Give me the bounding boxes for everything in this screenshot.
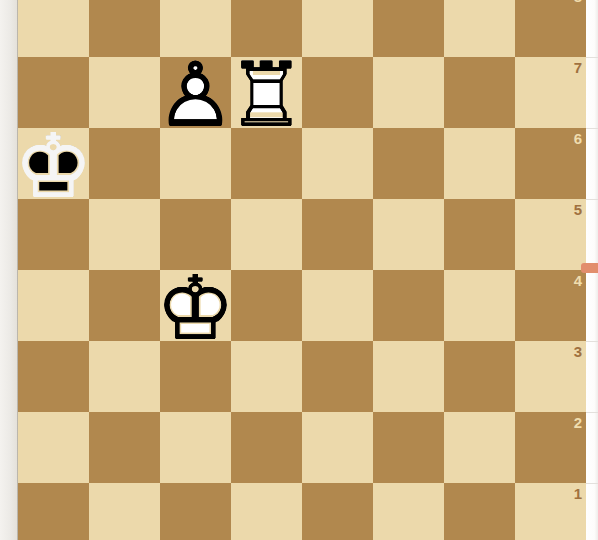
- square-h5[interactable]: [515, 199, 586, 270]
- square-e5[interactable]: [302, 199, 373, 270]
- square-h1[interactable]: [515, 483, 586, 540]
- square-b4[interactable]: [89, 270, 160, 341]
- black-king-piece[interactable]: ♚♔: [18, 128, 89, 199]
- square-g6[interactable]: [444, 128, 515, 199]
- square-h3[interactable]: [515, 341, 586, 412]
- square-b5[interactable]: [89, 199, 160, 270]
- square-e1[interactable]: [302, 483, 373, 540]
- square-g3[interactable]: [444, 341, 515, 412]
- square-e4[interactable]: [302, 270, 373, 341]
- square-f8[interactable]: [373, 0, 444, 57]
- square-c6[interactable]: [160, 128, 231, 199]
- white-king-piece[interactable]: ♚♔: [160, 270, 231, 341]
- gutter-row-separator: [586, 128, 598, 129]
- white-pawn-outline-glyph: ♙: [160, 59, 231, 130]
- square-d1[interactable]: [231, 483, 302, 540]
- square-e6[interactable]: [302, 128, 373, 199]
- gutter-row-separator: [586, 57, 598, 58]
- square-b8[interactable]: [89, 0, 160, 57]
- square-b2[interactable]: [89, 412, 160, 483]
- square-e7[interactable]: [302, 57, 373, 128]
- square-f4[interactable]: [373, 270, 444, 341]
- square-b6[interactable]: [89, 128, 160, 199]
- square-h7[interactable]: [515, 57, 586, 128]
- square-g1[interactable]: [444, 483, 515, 540]
- square-f2[interactable]: [373, 412, 444, 483]
- square-g7[interactable]: [444, 57, 515, 128]
- square-a8[interactable]: [18, 0, 89, 57]
- square-d7[interactable]: ♜♖: [231, 57, 302, 128]
- square-b7[interactable]: [89, 57, 160, 128]
- square-c1[interactable]: [160, 483, 231, 540]
- gutter-row-separator: [586, 412, 598, 413]
- gutter-row-separator: [586, 199, 598, 200]
- square-e3[interactable]: [302, 341, 373, 412]
- square-a4[interactable]: [18, 270, 89, 341]
- white-pawn-piece[interactable]: ♟♙: [160, 57, 231, 128]
- square-c7[interactable]: ♟♙: [160, 57, 231, 128]
- page: ♟♙♜♖♚♔♚♔87654321: [0, 0, 598, 540]
- square-b3[interactable]: [89, 341, 160, 412]
- square-c2[interactable]: [160, 412, 231, 483]
- gutter-row-separator: [586, 341, 598, 342]
- white-king-outline-glyph: ♔: [160, 272, 231, 343]
- square-f3[interactable]: [373, 341, 444, 412]
- chess-board[interactable]: ♟♙♜♖♚♔♚♔87654321: [18, 0, 586, 540]
- square-b1[interactable]: [89, 483, 160, 540]
- square-d2[interactable]: [231, 412, 302, 483]
- square-a3[interactable]: [18, 341, 89, 412]
- square-a6[interactable]: ♚♔: [18, 128, 89, 199]
- square-d6[interactable]: [231, 128, 302, 199]
- left-page-margin: [0, 0, 18, 540]
- square-h8[interactable]: [515, 0, 586, 57]
- white-rook-outline-glyph: ♖: [231, 59, 302, 130]
- square-a2[interactable]: [18, 412, 89, 483]
- square-e8[interactable]: [302, 0, 373, 57]
- square-g5[interactable]: [444, 199, 515, 270]
- square-d5[interactable]: [231, 199, 302, 270]
- square-d3[interactable]: [231, 341, 302, 412]
- square-f6[interactable]: [373, 128, 444, 199]
- square-h2[interactable]: [515, 412, 586, 483]
- square-d4[interactable]: [231, 270, 302, 341]
- scroll-position-marker: [581, 263, 598, 273]
- square-a1[interactable]: [18, 483, 89, 540]
- gutter-row-separator: [586, 483, 598, 484]
- square-e2[interactable]: [302, 412, 373, 483]
- square-c3[interactable]: [160, 341, 231, 412]
- white-rook-piece[interactable]: ♜♖: [231, 57, 302, 128]
- square-f7[interactable]: [373, 57, 444, 128]
- square-h6[interactable]: [515, 128, 586, 199]
- square-c4[interactable]: ♚♔: [160, 270, 231, 341]
- square-h4[interactable]: [515, 270, 586, 341]
- square-f5[interactable]: [373, 199, 444, 270]
- black-king-outline-glyph: ♔: [18, 130, 89, 201]
- square-g8[interactable]: [444, 0, 515, 57]
- square-a5[interactable]: [18, 199, 89, 270]
- square-g4[interactable]: [444, 270, 515, 341]
- square-g2[interactable]: [444, 412, 515, 483]
- square-f1[interactable]: [373, 483, 444, 540]
